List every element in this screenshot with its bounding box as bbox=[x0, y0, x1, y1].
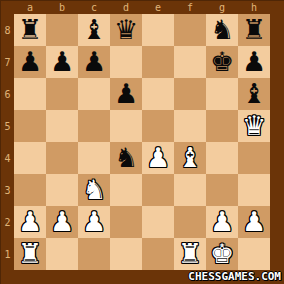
file-label-h: h bbox=[238, 1, 270, 14]
square-g2: ♟ bbox=[206, 206, 238, 238]
piece-white-rook: ♜ bbox=[178, 238, 202, 270]
rank-label-2: 2 bbox=[1, 206, 14, 238]
piece-black-pawn: ♟ bbox=[114, 78, 138, 110]
square-h5: ♛ bbox=[238, 110, 270, 142]
file-label-g: g bbox=[206, 1, 238, 14]
piece-black-pawn: ♟ bbox=[242, 46, 266, 78]
piece-black-pawn: ♟ bbox=[50, 46, 74, 78]
piece-white-king: ♚ bbox=[210, 238, 234, 270]
square-e2 bbox=[142, 206, 174, 238]
square-f3 bbox=[174, 174, 206, 206]
square-g3 bbox=[206, 174, 238, 206]
square-c3: ♞ bbox=[78, 174, 110, 206]
piece-black-rook: ♜ bbox=[18, 14, 42, 46]
piece-black-knight: ♞ bbox=[210, 14, 234, 46]
square-d7 bbox=[110, 46, 142, 78]
rank-label-7: 7 bbox=[1, 46, 14, 78]
square-f1: ♜ bbox=[174, 238, 206, 270]
square-f5 bbox=[174, 110, 206, 142]
square-f8 bbox=[174, 14, 206, 46]
square-a2: ♟ bbox=[14, 206, 46, 238]
square-c1 bbox=[78, 238, 110, 270]
square-h2: ♟ bbox=[238, 206, 270, 238]
square-h6: ♝ bbox=[238, 78, 270, 110]
square-b2: ♟ bbox=[46, 206, 78, 238]
square-c7: ♟ bbox=[78, 46, 110, 78]
piece-white-pawn: ♟ bbox=[50, 206, 74, 238]
file-label-c: c bbox=[78, 1, 110, 14]
square-a1: ♜ bbox=[14, 238, 46, 270]
square-e8 bbox=[142, 14, 174, 46]
piece-white-knight: ♞ bbox=[82, 174, 106, 206]
piece-white-bishop: ♝ bbox=[178, 142, 202, 174]
square-c2: ♟ bbox=[78, 206, 110, 238]
square-b3 bbox=[46, 174, 78, 206]
square-d6: ♟ bbox=[110, 78, 142, 110]
file-label-d: d bbox=[110, 1, 142, 14]
square-b8 bbox=[46, 14, 78, 46]
piece-black-knight: ♞ bbox=[114, 142, 138, 174]
piece-black-rook: ♜ bbox=[242, 14, 266, 46]
square-e6 bbox=[142, 78, 174, 110]
rank-labels: 87654321 bbox=[1, 14, 14, 270]
square-f4: ♝ bbox=[174, 142, 206, 174]
piece-white-pawn: ♟ bbox=[210, 206, 234, 238]
square-h3 bbox=[238, 174, 270, 206]
square-c4 bbox=[78, 142, 110, 174]
piece-black-pawn: ♟ bbox=[82, 46, 106, 78]
square-g6 bbox=[206, 78, 238, 110]
file-label-a: a bbox=[14, 1, 46, 14]
square-b6 bbox=[46, 78, 78, 110]
square-f6 bbox=[174, 78, 206, 110]
square-e5 bbox=[142, 110, 174, 142]
square-f7 bbox=[174, 46, 206, 78]
rank-label-3: 3 bbox=[1, 174, 14, 206]
piece-black-queen: ♛ bbox=[114, 14, 138, 46]
piece-white-pawn: ♟ bbox=[18, 206, 42, 238]
rank-label-5: 5 bbox=[1, 110, 14, 142]
square-g1: ♚ bbox=[206, 238, 238, 270]
square-h1 bbox=[238, 238, 270, 270]
square-a4 bbox=[14, 142, 46, 174]
piece-white-pawn: ♟ bbox=[242, 206, 266, 238]
rank-label-4: 4 bbox=[1, 142, 14, 174]
square-g8: ♞ bbox=[206, 14, 238, 46]
chess-diagram: abcdefgh 87654321 ♜♝♛♞♜♟♟♟♚♟♟♝♛♞♟♝♞♟♟♟♟♟… bbox=[0, 0, 284, 284]
square-a3 bbox=[14, 174, 46, 206]
rank-label-8: 8 bbox=[1, 14, 14, 46]
square-b5 bbox=[46, 110, 78, 142]
square-d4: ♞ bbox=[110, 142, 142, 174]
square-h7: ♟ bbox=[238, 46, 270, 78]
piece-white-pawn: ♟ bbox=[146, 142, 170, 174]
square-g5 bbox=[206, 110, 238, 142]
square-b7: ♟ bbox=[46, 46, 78, 78]
square-b1 bbox=[46, 238, 78, 270]
square-e1 bbox=[142, 238, 174, 270]
square-h4 bbox=[238, 142, 270, 174]
piece-black-pawn: ♟ bbox=[18, 46, 42, 78]
square-b4 bbox=[46, 142, 78, 174]
chess-board: ♜♝♛♞♜♟♟♟♚♟♟♝♛♞♟♝♞♟♟♟♟♟♜♜♚ bbox=[14, 14, 270, 270]
rank-label-6: 6 bbox=[1, 78, 14, 110]
square-c5 bbox=[78, 110, 110, 142]
square-a8: ♜ bbox=[14, 14, 46, 46]
square-c6 bbox=[78, 78, 110, 110]
square-g7: ♚ bbox=[206, 46, 238, 78]
square-f2 bbox=[174, 206, 206, 238]
square-e7 bbox=[142, 46, 174, 78]
square-d1 bbox=[110, 238, 142, 270]
file-labels: abcdefgh bbox=[14, 1, 270, 14]
watermark-text: CHESSGAMES.COM bbox=[188, 270, 281, 283]
square-a7: ♟ bbox=[14, 46, 46, 78]
square-a5 bbox=[14, 110, 46, 142]
square-e3 bbox=[142, 174, 174, 206]
file-label-e: e bbox=[142, 1, 174, 14]
square-d3 bbox=[110, 174, 142, 206]
piece-black-bishop: ♝ bbox=[242, 78, 266, 110]
square-a6 bbox=[14, 78, 46, 110]
square-d2 bbox=[110, 206, 142, 238]
square-d8: ♛ bbox=[110, 14, 142, 46]
file-label-f: f bbox=[174, 1, 206, 14]
square-g4 bbox=[206, 142, 238, 174]
square-e4: ♟ bbox=[142, 142, 174, 174]
square-h8: ♜ bbox=[238, 14, 270, 46]
piece-white-pawn: ♟ bbox=[82, 206, 106, 238]
piece-white-queen: ♛ bbox=[242, 110, 266, 142]
rank-label-1: 1 bbox=[1, 238, 14, 270]
piece-white-rook: ♜ bbox=[18, 238, 42, 270]
piece-black-bishop: ♝ bbox=[82, 14, 106, 46]
square-c8: ♝ bbox=[78, 14, 110, 46]
piece-black-king: ♚ bbox=[210, 46, 234, 78]
square-d5 bbox=[110, 110, 142, 142]
file-label-b: b bbox=[46, 1, 78, 14]
